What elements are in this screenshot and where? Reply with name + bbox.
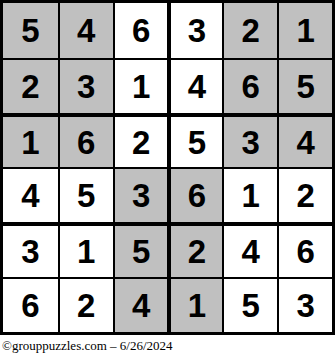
cell-r4c3: 3 [113,167,168,222]
cell-r5c6: 6 [277,222,332,277]
cell-r2c6: 5 [277,58,332,113]
cell-r1c4: 3 [167,3,222,58]
cell-r4c2: 5 [58,167,113,222]
cell-r3c3: 2 [113,113,168,168]
cell-r3c4: 5 [167,113,222,168]
cell-r5c4: 2 [167,222,222,277]
cell-r1c2: 4 [58,3,113,58]
cell-r5c5: 4 [222,222,277,277]
cell-r2c2: 3 [58,58,113,113]
cell-r6c4: 1 [167,277,222,332]
cell-r4c1: 4 [3,167,58,222]
cell-r3c2: 6 [58,113,113,168]
cell-r1c5: 2 [222,3,277,58]
cell-r5c3: 5 [113,222,168,277]
cell-r5c1: 3 [3,222,58,277]
cell-r6c6: 3 [277,277,332,332]
cell-r1c1: 5 [3,3,58,58]
cell-r2c3: 1 [113,58,168,113]
cell-r4c5: 1 [222,167,277,222]
cell-r4c4: 6 [167,167,222,222]
cell-r6c2: 2 [58,277,113,332]
cell-r3c6: 4 [277,113,332,168]
cell-r1c3: 6 [113,3,168,58]
cell-r2c5: 6 [222,58,277,113]
cell-r5c2: 1 [58,222,113,277]
cell-r2c4: 4 [167,58,222,113]
cell-r6c3: 4 [113,277,168,332]
cell-r2c1: 2 [3,58,58,113]
sudoku-board: 546321231465162534453612315246624153 [0,0,335,335]
cell-r1c6: 1 [277,3,332,58]
copyright-credit: ©grouppuzzles.com – 6/26/2024 [2,338,173,354]
cell-r3c5: 3 [222,113,277,168]
cell-r6c5: 5 [222,277,277,332]
cell-r4c6: 2 [277,167,332,222]
cell-r6c1: 6 [3,277,58,332]
cell-r3c1: 1 [3,113,58,168]
